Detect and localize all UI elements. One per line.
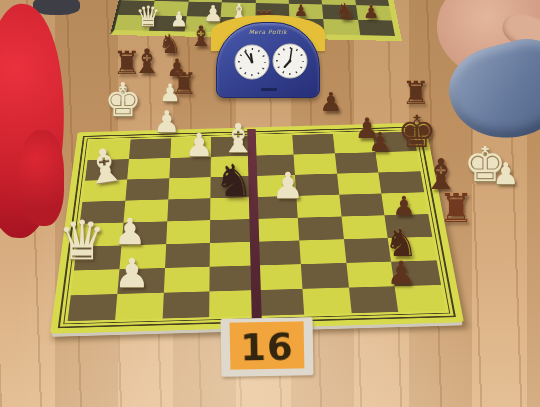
board-square — [123, 199, 168, 222]
board-square — [210, 265, 256, 291]
board-square — [256, 289, 304, 316]
board-square — [169, 157, 211, 178]
board-square — [343, 238, 391, 263]
board-square — [163, 267, 210, 293]
board-square — [71, 269, 119, 295]
board-square — [302, 288, 351, 315]
board-square — [82, 179, 127, 201]
board-square — [388, 237, 437, 262]
board-square — [255, 240, 301, 265]
board-square — [322, 4, 358, 19]
board-square — [332, 133, 375, 154]
board-square — [149, 16, 186, 32]
chess-clock: Mera Poltik — [216, 22, 320, 98]
board-square — [349, 286, 399, 313]
board-square — [117, 268, 164, 294]
board-square — [211, 136, 252, 157]
board-square — [209, 290, 256, 317]
board-square — [211, 156, 253, 177]
board-square — [114, 15, 152, 31]
board-square — [186, 2, 221, 17]
board-square — [252, 135, 294, 156]
table-number: 16 — [221, 317, 314, 377]
board-square — [166, 220, 211, 244]
board-square — [68, 294, 117, 321]
board-square — [162, 291, 210, 318]
board-square — [88, 139, 131, 160]
clock-right-dial — [272, 43, 308, 79]
board-square — [379, 171, 425, 193]
board-square — [252, 155, 294, 176]
board-square — [376, 151, 421, 172]
board-square — [74, 245, 121, 270]
table-number-card: 16 — [221, 317, 314, 377]
board-square — [299, 239, 346, 264]
clock-brand-label: Mera Poltik — [216, 28, 320, 35]
board-square — [298, 217, 344, 241]
board-square — [346, 262, 395, 288]
board-square — [167, 198, 211, 221]
board-square — [127, 158, 170, 180]
board-square — [129, 138, 171, 159]
board-square — [295, 174, 339, 196]
board-square — [323, 19, 359, 35]
clock-left-dial — [234, 44, 270, 80]
board-square — [168, 177, 211, 199]
board-square — [253, 196, 297, 219]
board-square — [170, 137, 211, 158]
board-square — [115, 293, 164, 320]
board-square — [118, 0, 155, 15]
board-square — [210, 197, 254, 220]
board-square — [341, 215, 388, 239]
board-square — [77, 223, 123, 247]
board-square — [339, 193, 385, 216]
board-square — [373, 132, 417, 153]
board-square — [395, 285, 446, 312]
board-square — [337, 172, 382, 194]
photo-scene: ♛♟♟♝♜♟♞♟ Mera Poltik — [0, 0, 540, 407]
clock-small-print — [261, 88, 277, 91]
board-square — [121, 221, 167, 245]
board-square — [210, 219, 254, 243]
board-square — [391, 260, 441, 286]
board-square — [255, 264, 302, 290]
board-square — [382, 192, 429, 215]
board-square — [301, 263, 349, 289]
board-square — [210, 242, 255, 267]
board-square — [356, 5, 392, 20]
board-square — [254, 218, 299, 242]
board-square — [165, 243, 211, 268]
board-square — [85, 159, 129, 181]
board-square — [211, 176, 254, 198]
board-square — [385, 214, 433, 238]
board-square — [293, 153, 336, 174]
board-square — [119, 244, 165, 269]
board-square — [80, 201, 125, 224]
board-square — [292, 134, 334, 155]
board-square — [152, 1, 188, 16]
board-square — [334, 152, 378, 173]
board-square — [253, 175, 296, 197]
board-square — [296, 195, 341, 218]
board-square — [125, 178, 169, 200]
main-chessboard — [50, 123, 464, 334]
board-square — [358, 20, 395, 36]
player-red-sleeve — [18, 130, 64, 226]
